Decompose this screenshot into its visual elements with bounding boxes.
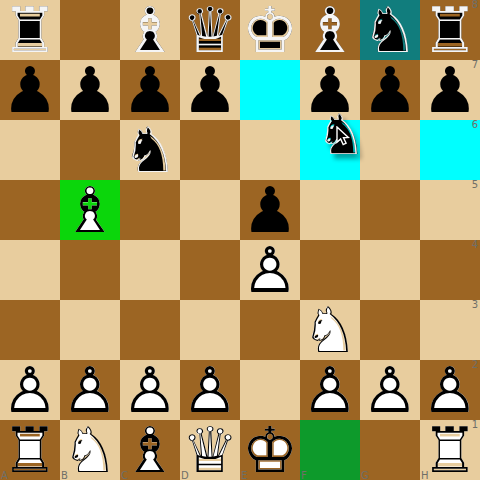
piece-glyph-outline: ♘ [60, 420, 120, 480]
piece-glyph-fill: ♚ [240, 0, 300, 60]
square-c7[interactable]: ♟♙ [120, 60, 180, 120]
square-b6[interactable] [60, 120, 120, 180]
square-f1[interactable]: F [300, 420, 360, 480]
square-d3[interactable] [180, 300, 240, 360]
piece-glyph-fill: ♟ [60, 60, 120, 120]
piece-black-pawn[interactable]: ♟♙ [0, 60, 60, 120]
piece-white-bishop[interactable]: ♝♗ [60, 180, 120, 240]
piece-glyph-outline: ♔ [240, 0, 300, 60]
piece-glyph-fill: ♟ [240, 180, 300, 240]
piece-glyph-fill: ♟ [0, 360, 60, 420]
arrow-cursor-icon [336, 126, 350, 146]
square-h6[interactable]: 6 [420, 120, 480, 180]
file-label-h: H [421, 470, 429, 480]
square-d8[interactable]: ♛♕ [180, 0, 240, 60]
square-e1[interactable]: ♚♔E [240, 420, 300, 480]
square-e4[interactable]: ♟♙ [240, 240, 300, 300]
square-e8[interactable]: ♚♔ [240, 0, 300, 60]
square-f3[interactable]: ♞♘ [300, 300, 360, 360]
rank-label-1: 1 [472, 419, 478, 430]
piece-glyph-fill: ♟ [360, 360, 420, 420]
piece-glyph-outline: ♗ [120, 0, 180, 60]
file-label-b: B [61, 470, 68, 480]
piece-glyph-fill: ♟ [240, 240, 300, 300]
square-b4[interactable] [60, 240, 120, 300]
square-a7[interactable]: ♟♙ [0, 60, 60, 120]
piece-glyph-outline: ♙ [300, 360, 360, 420]
square-d5[interactable] [180, 180, 240, 240]
square-e5[interactable]: ♟♙ [240, 180, 300, 240]
rank-label-8: 8 [472, 0, 478, 10]
rank-label-7: 7 [472, 59, 478, 70]
square-d7[interactable]: ♟♙ [180, 60, 240, 120]
piece-glyph-fill: ♛ [180, 420, 240, 480]
square-f2[interactable]: ♟♙ [300, 360, 360, 420]
piece-black-king[interactable]: ♚♔ [240, 0, 300, 60]
piece-black-rook[interactable]: ♜♖ [0, 0, 60, 60]
piece-glyph-fill: ♟ [180, 60, 240, 120]
piece-black-bishop[interactable]: ♝♗ [300, 0, 360, 60]
square-d6[interactable] [180, 120, 240, 180]
square-a3[interactable] [0, 300, 60, 360]
square-g8[interactable]: ♞♘ [360, 0, 420, 60]
file-label-d: D [181, 470, 189, 480]
piece-glyph-outline: ♙ [360, 360, 420, 420]
square-g5[interactable] [360, 180, 420, 240]
piece-glyph-fill: ♟ [180, 360, 240, 420]
square-d4[interactable] [180, 240, 240, 300]
piece-glyph-fill: ♟ [120, 60, 180, 120]
piece-glyph-fill: ♟ [300, 360, 360, 420]
piece-glyph-fill: ♟ [60, 360, 120, 420]
square-e6[interactable] [240, 120, 300, 180]
piece-white-rook[interactable]: ♜♖ [0, 420, 60, 480]
square-h8[interactable]: ♜♖8 [420, 0, 480, 60]
piece-white-pawn[interactable]: ♟♙ [300, 360, 360, 420]
square-b8[interactable] [60, 0, 120, 60]
file-label-c: C [121, 470, 128, 480]
rank-label-2: 2 [472, 359, 478, 370]
piece-glyph-outline: ♘ [300, 300, 360, 360]
piece-glyph-fill: ♛ [180, 0, 240, 60]
piece-black-pawn[interactable]: ♟♙ [180, 60, 240, 120]
piece-glyph-outline: ♙ [180, 360, 240, 420]
piece-glyph-outline: ♗ [60, 180, 120, 240]
square-a1[interactable]: ♜♖A [0, 420, 60, 480]
piece-black-knight[interactable]: ♞♘ [360, 0, 420, 60]
file-label-g: G [361, 470, 369, 480]
square-b2[interactable]: ♟♙ [60, 360, 120, 420]
square-h5[interactable]: 5 [420, 180, 480, 240]
square-g3[interactable] [360, 300, 420, 360]
rank-label-3: 3 [472, 299, 478, 310]
file-label-a: A [1, 470, 8, 480]
square-d1[interactable]: ♛♕D [180, 420, 240, 480]
piece-white-knight[interactable]: ♞♘ [60, 420, 120, 480]
piece-white-pawn[interactable]: ♟♙ [240, 240, 300, 300]
piece-glyph-outline: ♘ [360, 0, 420, 60]
piece-glyph-outline: ♙ [60, 360, 120, 420]
piece-black-knight[interactable]: ♞♘ [120, 120, 180, 180]
piece-black-pawn[interactable]: ♟♙ [120, 60, 180, 120]
piece-glyph-fill: ♞ [360, 0, 420, 60]
rank-label-4: 4 [472, 239, 478, 250]
piece-glyph-fill: ♝ [120, 0, 180, 60]
square-c3[interactable] [120, 300, 180, 360]
rank-label-6: 6 [472, 119, 478, 130]
piece-glyph-fill: ♜ [0, 0, 60, 60]
square-e3[interactable] [240, 300, 300, 360]
square-h2[interactable]: ♟♙2 [420, 360, 480, 420]
square-c2[interactable]: ♟♙ [120, 360, 180, 420]
square-b5[interactable]: ♝♗ [60, 180, 120, 240]
piece-glyph-outline: ♗ [300, 0, 360, 60]
chess-app: ♜♖♝♗♛♕♚♔♝♗♞♘♜♖8♟♙♟♙♟♙♟♙♟♙♟♙♟♙7♞♘6♝♗♟♙5♟♙… [0, 0, 480, 480]
piece-glyph-outline: ♙ [120, 360, 180, 420]
piece-white-pawn[interactable]: ♟♙ [180, 360, 240, 420]
square-g1[interactable]: G [360, 420, 420, 480]
file-label-e: E [241, 470, 247, 480]
file-label-f: F [301, 470, 307, 480]
piece-white-king[interactable]: ♚♔ [240, 420, 300, 480]
square-a6[interactable] [0, 120, 60, 180]
square-c6[interactable]: ♞♘ [120, 120, 180, 180]
piece-white-bishop[interactable]: ♝♗ [120, 420, 180, 480]
piece-glyph-outline: ♙ [240, 240, 300, 300]
piece-glyph-outline: ♔ [240, 420, 300, 480]
square-f4[interactable] [300, 240, 360, 300]
square-h3[interactable]: 3 [420, 300, 480, 360]
square-h4[interactable]: 4 [420, 240, 480, 300]
piece-glyph-outline: ♕ [180, 0, 240, 60]
chess-board: ♜♖♝♗♛♕♚♔♝♗♞♘♜♖8♟♙♟♙♟♙♟♙♟♙♟♙♟♙7♞♘6♝♗♟♙5♟♙… [0, 0, 480, 480]
piece-glyph-fill: ♟ [120, 360, 180, 420]
square-c8[interactable]: ♝♗ [120, 0, 180, 60]
square-f5[interactable] [300, 180, 360, 240]
piece-white-knight[interactable]: ♞♘ [300, 300, 360, 360]
piece-glyph-outline: ♖ [0, 420, 60, 480]
square-f8[interactable]: ♝♗ [300, 0, 360, 60]
square-a2[interactable]: ♟♙ [0, 360, 60, 420]
piece-black-pawn[interactable]: ♟♙ [60, 60, 120, 120]
square-b1[interactable]: ♞♘B [60, 420, 120, 480]
piece-glyph-outline: ♘ [120, 120, 180, 180]
piece-white-pawn[interactable]: ♟♙ [360, 360, 420, 420]
piece-glyph-fill: ♝ [60, 180, 120, 240]
piece-glyph-fill: ♞ [120, 120, 180, 180]
piece-glyph-fill: ♞ [300, 300, 360, 360]
piece-glyph-fill: ♟ [0, 60, 60, 120]
square-a4[interactable] [0, 240, 60, 300]
square-c4[interactable] [120, 240, 180, 300]
rank-label-5: 5 [472, 179, 478, 190]
piece-white-pawn[interactable]: ♟♙ [120, 360, 180, 420]
square-d2[interactable]: ♟♙ [180, 360, 240, 420]
square-g4[interactable] [360, 240, 420, 300]
piece-glyph-outline: ♙ [0, 360, 60, 420]
square-e2[interactable] [240, 360, 300, 420]
piece-black-queen[interactable]: ♛♕ [180, 0, 240, 60]
piece-glyph-fill: ♚ [240, 420, 300, 480]
square-h1[interactable]: ♜♖1H [420, 420, 480, 480]
piece-glyph-outline: ♕ [180, 420, 240, 480]
square-h7[interactable]: ♟♙7 [420, 60, 480, 120]
piece-white-pawn[interactable]: ♟♙ [60, 360, 120, 420]
piece-white-pawn[interactable]: ♟♙ [0, 360, 60, 420]
square-c1[interactable]: ♝♗C [120, 420, 180, 480]
square-b7[interactable]: ♟♙ [60, 60, 120, 120]
square-a5[interactable] [0, 180, 60, 240]
piece-white-queen[interactable]: ♛♕ [180, 420, 240, 480]
square-b3[interactable] [60, 300, 120, 360]
piece-glyph-fill: ♝ [120, 420, 180, 480]
piece-glyph-fill: ♝ [300, 0, 360, 60]
square-a8[interactable]: ♜♖ [0, 0, 60, 60]
square-g2[interactable]: ♟♙ [360, 360, 420, 420]
piece-glyph-fill: ♞ [60, 420, 120, 480]
square-c5[interactable] [120, 180, 180, 240]
piece-black-bishop[interactable]: ♝♗ [120, 0, 180, 60]
piece-glyph-outline: ♖ [0, 0, 60, 60]
piece-glyph-outline: ♗ [120, 420, 180, 480]
piece-black-pawn[interactable]: ♟♙ [240, 180, 300, 240]
piece-glyph-fill: ♜ [0, 420, 60, 480]
square-e7[interactable] [240, 60, 300, 120]
